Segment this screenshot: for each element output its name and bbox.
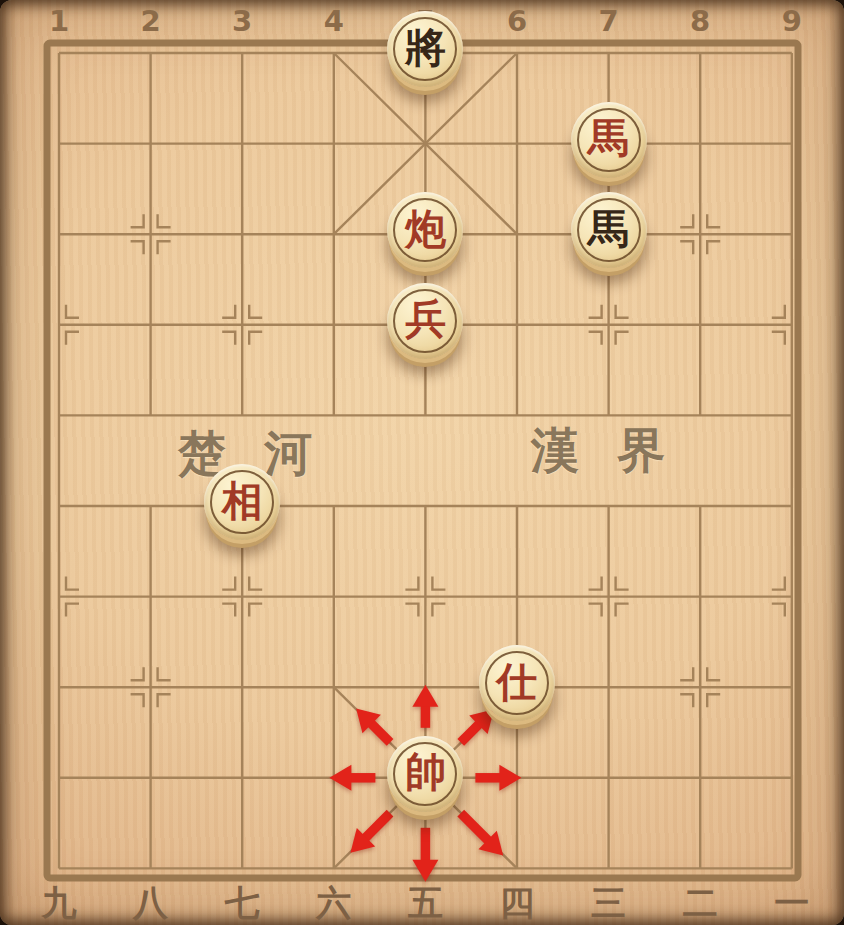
piece-character: 馬 xyxy=(588,209,629,250)
piece-black-horse[interactable]: 馬 xyxy=(571,192,647,268)
piece-character: 將 xyxy=(405,28,446,69)
piece-black-general[interactable]: 將 xyxy=(387,11,463,87)
piece-red-advisor[interactable]: 仕 xyxy=(479,645,555,721)
piece-character: 帥 xyxy=(405,752,446,793)
xiangqi-board-screen: 123456789九八七六五四三二一 楚河 漢界 將馬炮馬兵相仕帥 xyxy=(0,0,844,925)
piece-ring xyxy=(393,198,457,262)
piece-ring xyxy=(210,470,274,534)
board[interactable]: 將馬炮馬兵相仕帥 xyxy=(0,0,844,925)
piece-character: 相 xyxy=(222,481,263,522)
piece-ring xyxy=(393,289,457,353)
piece-ring xyxy=(577,108,641,172)
piece-red-general[interactable]: 帥 xyxy=(387,736,463,812)
piece-red-cannon[interactable]: 炮 xyxy=(387,192,463,268)
piece-ring xyxy=(577,198,641,262)
piece-red-elephant[interactable]: 相 xyxy=(204,464,280,540)
piece-ring xyxy=(393,17,457,81)
piece-ring xyxy=(393,742,457,806)
piece-red-soldier[interactable]: 兵 xyxy=(387,283,463,359)
piece-character: 炮 xyxy=(405,209,446,250)
piece-character: 仕 xyxy=(497,662,538,703)
piece-character: 兵 xyxy=(405,299,446,340)
piece-character: 馬 xyxy=(588,118,629,159)
piece-red-horse[interactable]: 馬 xyxy=(571,102,647,178)
piece-ring xyxy=(485,651,549,715)
